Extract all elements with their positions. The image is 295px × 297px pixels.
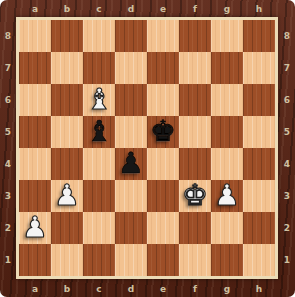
square-b5[interactable]: [51, 116, 83, 148]
square-f6[interactable]: [179, 84, 211, 116]
file-label-top-h: h: [243, 0, 275, 17]
square-f7[interactable]: [179, 52, 211, 84]
white-pawn-g3[interactable]: ♟: [214, 181, 240, 210]
square-d1[interactable]: [115, 244, 147, 276]
square-c7[interactable]: [83, 52, 115, 84]
board-frame: ♝♝♚♟♟♚♟♟: [16, 17, 278, 279]
rank-label-right-3: 3: [279, 180, 295, 212]
rank-label-left-3: 3: [0, 180, 16, 212]
square-g5[interactable]: [211, 116, 243, 148]
square-a3[interactable]: [19, 180, 51, 212]
square-a4[interactable]: [19, 148, 51, 180]
square-g6[interactable]: [211, 84, 243, 116]
square-g3[interactable]: ♟: [211, 180, 243, 212]
square-f4[interactable]: [179, 148, 211, 180]
file-label-bottom-g: g: [211, 280, 243, 297]
square-d5[interactable]: [115, 116, 147, 148]
square-d3[interactable]: [115, 180, 147, 212]
file-label-bottom-b: b: [51, 280, 83, 297]
square-a8[interactable]: [19, 20, 51, 52]
square-e7[interactable]: [147, 52, 179, 84]
square-b8[interactable]: [51, 20, 83, 52]
square-c3[interactable]: [83, 180, 115, 212]
square-d2[interactable]: [115, 212, 147, 244]
square-e6[interactable]: [147, 84, 179, 116]
rank-label-right-4: 4: [279, 148, 295, 180]
square-a2[interactable]: ♟: [19, 212, 51, 244]
square-e3[interactable]: [147, 180, 179, 212]
rank-label-left-4: 4: [0, 148, 16, 180]
square-e5[interactable]: ♚: [147, 116, 179, 148]
file-label-bottom-d: d: [115, 280, 147, 297]
rank-labels-left: 87654321: [0, 20, 16, 276]
square-b4[interactable]: [51, 148, 83, 180]
square-c8[interactable]: [83, 20, 115, 52]
square-g8[interactable]: [211, 20, 243, 52]
square-f5[interactable]: [179, 116, 211, 148]
square-a5[interactable]: [19, 116, 51, 148]
square-h4[interactable]: [243, 148, 275, 180]
file-label-top-e: e: [147, 0, 179, 17]
white-pawn-a2[interactable]: ♟: [22, 213, 48, 242]
rank-label-left-6: 6: [0, 84, 16, 116]
square-d7[interactable]: [115, 52, 147, 84]
square-g1[interactable]: [211, 244, 243, 276]
square-f8[interactable]: [179, 20, 211, 52]
rank-label-right-6: 6: [279, 84, 295, 116]
file-label-bottom-a: a: [19, 280, 51, 297]
square-c1[interactable]: [83, 244, 115, 276]
file-label-top-d: d: [115, 0, 147, 17]
square-b1[interactable]: [51, 244, 83, 276]
square-a6[interactable]: [19, 84, 51, 116]
rank-label-right-7: 7: [279, 52, 295, 84]
square-a1[interactable]: [19, 244, 51, 276]
rank-label-right-1: 1: [279, 244, 295, 276]
rank-labels-right: 87654321: [279, 20, 295, 276]
white-king-f3[interactable]: ♚: [182, 181, 208, 210]
black-pawn-d4[interactable]: ♟: [118, 149, 144, 178]
square-b7[interactable]: [51, 52, 83, 84]
file-label-bottom-e: e: [147, 280, 179, 297]
file-label-bottom-f: f: [179, 280, 211, 297]
square-e1[interactable]: [147, 244, 179, 276]
square-b3[interactable]: ♟: [51, 180, 83, 212]
white-pawn-b3[interactable]: ♟: [54, 181, 80, 210]
square-d6[interactable]: [115, 84, 147, 116]
square-h1[interactable]: [243, 244, 275, 276]
rank-label-left-5: 5: [0, 116, 16, 148]
black-bishop-c5[interactable]: ♝: [86, 117, 112, 146]
file-label-top-a: a: [19, 0, 51, 17]
square-h3[interactable]: [243, 180, 275, 212]
square-e2[interactable]: [147, 212, 179, 244]
square-e8[interactable]: [147, 20, 179, 52]
rank-label-left-8: 8: [0, 20, 16, 52]
square-g4[interactable]: [211, 148, 243, 180]
square-c2[interactable]: [83, 212, 115, 244]
file-labels-top: abcdefgh: [19, 0, 275, 17]
square-d4[interactable]: ♟: [115, 148, 147, 180]
file-label-top-f: f: [179, 0, 211, 17]
file-label-bottom-h: h: [243, 280, 275, 297]
square-c5[interactable]: ♝: [83, 116, 115, 148]
square-h7[interactable]: [243, 52, 275, 84]
black-king-e5[interactable]: ♚: [150, 117, 176, 146]
rank-label-left-7: 7: [0, 52, 16, 84]
square-f3[interactable]: ♚: [179, 180, 211, 212]
chess-board: ♝♝♚♟♟♚♟♟: [19, 20, 275, 276]
square-h6[interactable]: [243, 84, 275, 116]
rank-label-left-2: 2: [0, 212, 16, 244]
white-bishop-c6[interactable]: ♝: [86, 85, 112, 114]
square-b6[interactable]: [51, 84, 83, 116]
rank-label-right-2: 2: [279, 212, 295, 244]
square-b2[interactable]: [51, 212, 83, 244]
rank-label-right-5: 5: [279, 116, 295, 148]
rank-label-left-1: 1: [0, 244, 16, 276]
square-d8[interactable]: [115, 20, 147, 52]
file-label-top-b: b: [51, 0, 83, 17]
square-c4[interactable]: [83, 148, 115, 180]
file-label-bottom-c: c: [83, 280, 115, 297]
square-c6[interactable]: ♝: [83, 84, 115, 116]
square-f1[interactable]: [179, 244, 211, 276]
file-label-top-c: c: [83, 0, 115, 17]
rank-label-right-8: 8: [279, 20, 295, 52]
square-a7[interactable]: [19, 52, 51, 84]
square-f2[interactable]: [179, 212, 211, 244]
square-g7[interactable]: [211, 52, 243, 84]
square-h2[interactable]: [243, 212, 275, 244]
square-h8[interactable]: [243, 20, 275, 52]
chess-board-widget: abcdefgh abcdefgh 87654321 87654321 ♝♝♚♟…: [0, 0, 295, 297]
square-h5[interactable]: [243, 116, 275, 148]
file-label-top-g: g: [211, 0, 243, 17]
square-e4[interactable]: [147, 148, 179, 180]
square-g2[interactable]: [211, 212, 243, 244]
file-labels-bottom: abcdefgh: [19, 280, 275, 297]
